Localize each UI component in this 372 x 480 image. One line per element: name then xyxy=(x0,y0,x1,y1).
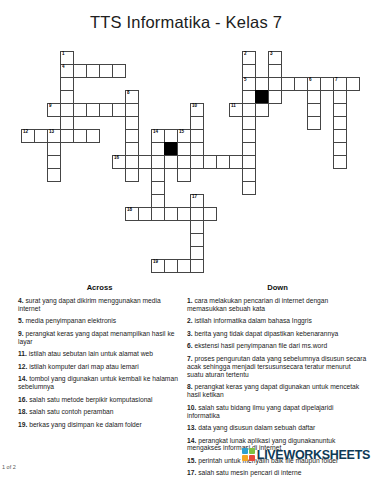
grid-cell[interactable] xyxy=(190,233,204,247)
clue-item-number: 13. xyxy=(187,424,198,431)
grid-cell[interactable] xyxy=(307,103,321,117)
grid-cell[interactable] xyxy=(242,168,256,182)
grid-cell[interactable] xyxy=(73,64,87,78)
cell-number: 1 xyxy=(62,51,65,56)
grid-cell[interactable]: 4 xyxy=(60,64,74,78)
clue-item-number: 18. xyxy=(18,408,29,415)
clue-item: 19. berkas yang disimpan ke dalam folder xyxy=(18,421,181,429)
clue-item: 4. surat yang dapat dikirim menggunakan … xyxy=(18,297,181,313)
grid-cell[interactable] xyxy=(60,129,74,143)
clue-item-number: 17. xyxy=(187,469,198,476)
clue-item: 8. perangkat keras yang dapat digunakan … xyxy=(187,383,368,399)
grid-cell[interactable] xyxy=(138,155,152,169)
cell-number: 15 xyxy=(179,129,184,134)
clue-item: 3. berita yang tidak dapat dipastikan ke… xyxy=(187,330,368,338)
grid-cell[interactable] xyxy=(60,77,74,91)
grid-cell[interactable] xyxy=(47,155,61,169)
across-clue-list: 4. surat yang dapat dikirim menggunakan … xyxy=(18,297,181,429)
grid-cell[interactable]: 3 xyxy=(268,51,282,65)
grid-cell[interactable] xyxy=(47,168,61,182)
grid-cell[interactable]: 11 xyxy=(229,103,243,117)
grid-cell[interactable] xyxy=(307,90,321,104)
grid-cell[interactable] xyxy=(268,77,282,91)
liveworksheets-logo[interactable]: LIVEWORKSHEETS xyxy=(242,446,370,463)
grid-cell[interactable] xyxy=(125,129,139,143)
cell-number: 6 xyxy=(309,77,312,82)
clue-item: 7. proses pengurutan data yang sebelumny… xyxy=(187,355,368,379)
clue-item: 5. media penyimpanan elektronis xyxy=(18,317,181,325)
grid-cell[interactable] xyxy=(333,103,347,117)
grid-cell[interactable] xyxy=(164,207,178,221)
grid-cell[interactable] xyxy=(151,181,165,195)
clue-item: 17. salah satu mesin pencari di interne xyxy=(187,469,368,477)
grid-cell[interactable] xyxy=(73,103,87,117)
grid-cell[interactable] xyxy=(255,77,269,91)
grid-cell[interactable] xyxy=(125,142,139,156)
grid-cell[interactable] xyxy=(151,207,165,221)
clue-item-number: 14. xyxy=(18,375,29,382)
grid-cell[interactable]: 10 xyxy=(190,103,204,117)
grid-cell[interactable] xyxy=(190,220,204,234)
grid-cell[interactable] xyxy=(164,155,178,169)
grid-cell[interactable] xyxy=(125,155,139,169)
grid-cell[interactable]: 15 xyxy=(177,129,191,143)
grid-cell[interactable] xyxy=(307,116,321,130)
grid-cell[interactable] xyxy=(203,155,217,169)
grid-cell[interactable] xyxy=(255,103,269,117)
clue-item-number: 6. xyxy=(187,342,194,349)
clue-item: 6. ekstensi hasil penyimpanan file dari … xyxy=(187,342,368,350)
grid-cell[interactable] xyxy=(203,207,217,221)
cell-number: 19 xyxy=(153,259,158,264)
cell-number: 13 xyxy=(49,129,54,134)
clue-item: 9. perangkat keras yang dapat menampilka… xyxy=(18,330,181,346)
grid-cell[interactable]: 18 xyxy=(125,207,139,221)
clue-item-number: 3. xyxy=(187,330,194,337)
grid-cell[interactable] xyxy=(333,90,347,104)
grid-cell[interactable] xyxy=(60,90,74,104)
grid-cell[interactable] xyxy=(190,155,204,169)
grid-cell[interactable] xyxy=(333,116,347,130)
grid-cell[interactable] xyxy=(320,77,334,91)
grid-cell[interactable] xyxy=(281,77,295,91)
grid-cell[interactable] xyxy=(177,168,191,182)
cell-number: 11 xyxy=(231,103,236,108)
grid-cell[interactable] xyxy=(86,129,100,143)
grid-cell[interactable] xyxy=(112,103,126,117)
grid-cell[interactable] xyxy=(268,90,282,104)
cell-number: 9 xyxy=(49,103,52,108)
liveworksheets-wordmark: LIVEWORKSHEETS xyxy=(257,448,370,462)
clue-item-number: 10. xyxy=(187,404,198,411)
grid-cell[interactable]: 5 xyxy=(242,77,256,91)
grid-cell[interactable] xyxy=(190,207,204,221)
clue-item-number: 15. xyxy=(187,457,198,464)
clue-item-number: 16. xyxy=(18,396,29,403)
grid-cell[interactable] xyxy=(60,103,74,117)
grid-cell[interactable] xyxy=(333,142,347,156)
grid-cell[interactable] xyxy=(151,194,165,208)
clue-item: 13. data yang disusun dalam sebuah dafta… xyxy=(187,424,368,432)
grid-cell[interactable] xyxy=(112,64,126,78)
clue-item: 18. salah satu contoh peramban xyxy=(18,408,181,416)
grid-cell[interactable] xyxy=(190,259,204,273)
cell-number: 10 xyxy=(192,103,197,108)
grid-cell[interactable] xyxy=(294,77,308,91)
grid-cell[interactable]: 16 xyxy=(112,155,126,169)
clue-item-number: 19. xyxy=(18,421,29,428)
clue-item-number: 14. xyxy=(187,437,198,444)
grid-cell[interactable] xyxy=(164,259,178,273)
cell-number: 7 xyxy=(335,77,338,82)
grid-cell[interactable] xyxy=(151,168,165,182)
clue-item-number: 11. xyxy=(18,350,29,357)
grid-cell[interactable] xyxy=(242,181,256,195)
cell-number: 14 xyxy=(153,129,158,134)
grid-cell[interactable] xyxy=(177,155,191,169)
grid-cell[interactable] xyxy=(86,103,100,117)
grid-cell[interactable] xyxy=(177,207,191,221)
grid-cell[interactable] xyxy=(34,129,48,143)
grid-cell[interactable] xyxy=(73,129,87,143)
clue-item-number: 1. xyxy=(187,297,194,304)
grid-cell[interactable] xyxy=(125,168,139,182)
grid-cell[interactable] xyxy=(242,155,256,169)
grid-cell[interactable] xyxy=(242,129,256,143)
grid-cell[interactable] xyxy=(190,246,204,260)
clue-item: 1. cara melakukan pencarian di internet … xyxy=(187,297,368,313)
clue-item-number: 12. xyxy=(18,363,29,370)
grid-cell[interactable] xyxy=(242,142,256,156)
grid-cell[interactable] xyxy=(242,64,256,78)
clue-item: 16. salah satu metode berpikir komputasi… xyxy=(18,396,181,404)
clue-item-number: 9. xyxy=(18,330,25,337)
cell-number: 4 xyxy=(62,64,65,69)
grid-cell[interactable] xyxy=(229,155,243,169)
clue-item-number: 4. xyxy=(18,297,25,304)
grid-cell[interactable] xyxy=(47,142,61,156)
blocked-cell xyxy=(255,90,269,104)
crossword-grid: 12345678910111213141516171819 xyxy=(21,51,360,273)
grid-cell[interactable]: 17 xyxy=(190,194,204,208)
grid-cell[interactable]: 1 xyxy=(60,51,74,65)
grid-cell[interactable] xyxy=(177,142,191,156)
grid-cell[interactable] xyxy=(333,129,347,143)
grid-cell[interactable] xyxy=(138,207,152,221)
down-header: Down xyxy=(187,283,368,292)
grid-cell[interactable] xyxy=(125,103,139,117)
across-clues-section: Across 4. surat yang dapat dikirim mengg… xyxy=(18,283,181,433)
clue-item: 14. tombol yang digunakan untuk kembali … xyxy=(18,375,181,391)
cell-number: 2 xyxy=(244,51,247,56)
grid-cell[interactable] xyxy=(216,155,230,169)
page-title: TTS Informatika - Kelas 7 xyxy=(0,13,372,32)
across-header: Across xyxy=(18,283,181,292)
clue-item: 12. istilah komputer dari map atau lemar… xyxy=(18,363,181,371)
grid-cell[interactable] xyxy=(190,142,204,156)
cell-number: 16 xyxy=(114,155,119,160)
cell-number: 12 xyxy=(23,129,28,134)
clue-item-number: 2. xyxy=(187,317,194,324)
grid-cell[interactable] xyxy=(190,129,204,143)
grid-cell[interactable] xyxy=(99,64,113,78)
grid-cell[interactable]: 12 xyxy=(21,129,35,143)
clue-item: 10. salah satu bidang ilmu yang dapat di… xyxy=(187,404,368,420)
grid-cell[interactable]: 7 xyxy=(333,77,347,91)
grid-cell[interactable]: 19 xyxy=(151,259,165,273)
worksheet-page: TTS Informatika - Kelas 7 12345678910111… xyxy=(0,0,372,480)
cell-number: 8 xyxy=(127,90,130,95)
grid-cell[interactable] xyxy=(242,116,256,130)
grid-cell[interactable] xyxy=(177,259,191,273)
page-indicator: 1 of 2 xyxy=(2,464,16,470)
clue-item-number: 8. xyxy=(187,383,194,390)
grid-cell[interactable] xyxy=(164,129,178,143)
grid-cell[interactable]: 6 xyxy=(307,77,321,91)
grid-cell[interactable] xyxy=(151,155,165,169)
grid-cell[interactable]: 13 xyxy=(47,129,61,143)
clue-item-number: 5. xyxy=(18,317,25,324)
cell-number: 5 xyxy=(244,77,247,82)
clue-item-number: 7. xyxy=(187,355,194,362)
grid-cell[interactable]: 8 xyxy=(125,90,139,104)
cell-number: 18 xyxy=(127,207,132,212)
grid-cell[interactable] xyxy=(151,142,165,156)
clue-item: 2. istilah informatika dalam bahasa Ingg… xyxy=(187,317,368,325)
grid-cell[interactable] xyxy=(125,116,139,130)
cell-number: 3 xyxy=(270,51,273,56)
grid-cell[interactable] xyxy=(242,90,256,104)
grid-cell[interactable] xyxy=(346,77,360,91)
grid-cell[interactable] xyxy=(333,155,347,169)
grid-cell[interactable] xyxy=(190,116,204,130)
grid-cell[interactable]: 9 xyxy=(47,103,61,117)
grid-cell[interactable] xyxy=(86,64,100,78)
grid-cell[interactable] xyxy=(60,116,74,130)
liveworksheets-icon xyxy=(242,448,255,461)
cell-number: 17 xyxy=(192,194,197,199)
grid-cell[interactable] xyxy=(268,64,282,78)
grid-cell[interactable] xyxy=(99,103,113,117)
grid-cell[interactable] xyxy=(242,103,256,117)
grid-cell[interactable]: 14 xyxy=(151,129,165,143)
blocked-cell xyxy=(164,142,178,156)
clue-item: 11. istilah atau sebutan lain untuk alam… xyxy=(18,350,181,358)
grid-cell[interactable]: 2 xyxy=(242,51,256,65)
